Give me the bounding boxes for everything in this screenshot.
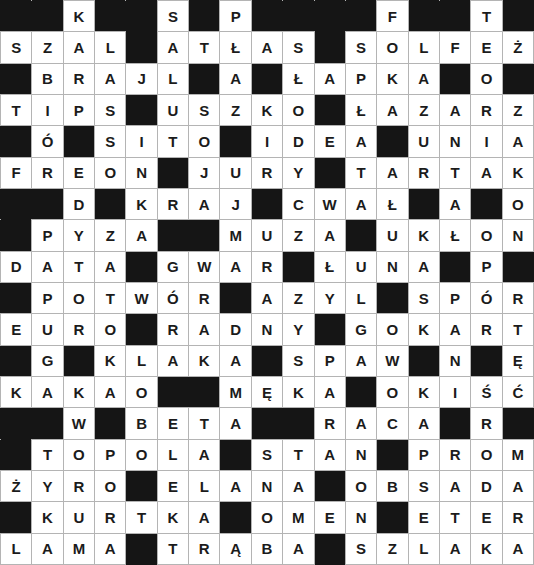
blocked-cell-r10c13 <box>377 283 407 313</box>
letter-cell-r11c8[interactable]: D <box>220 314 250 344</box>
letter-cell-r5c15[interactable]: N <box>440 126 470 156</box>
letter-cell-r3c11[interactable]: A <box>315 64 345 94</box>
letter-cell-r3c13[interactable]: K <box>377 64 407 94</box>
letter-cell-r6c15[interactable]: T <box>440 158 470 188</box>
letter-cell-r15c15[interactable]: R <box>440 440 470 470</box>
blocked-cell-r3c1 <box>1 64 31 94</box>
blocked-cell-r12c9 <box>252 346 282 376</box>
blocked-cell-r8c6 <box>158 220 188 250</box>
letter-cell-r10c6[interactable]: Ó <box>158 283 188 313</box>
letter-cell-r8c5[interactable]: A <box>126 220 156 250</box>
blocked-cell-r3c15 <box>440 64 470 94</box>
letter-cell-r18c9[interactable]: B <box>252 534 282 564</box>
letter-cell-r5c7[interactable]: O <box>189 126 219 156</box>
letter-cell-r4c13[interactable]: A <box>377 95 407 125</box>
blocked-cell-r8c12 <box>346 220 376 250</box>
letter-cell-r15c7[interactable]: A <box>189 440 219 470</box>
blocked-cell-r16c11 <box>315 471 345 501</box>
blocked-cell-r1c15 <box>440 1 470 31</box>
letter-cell-r18c13[interactable]: Z <box>377 534 407 564</box>
blocked-cell-r9c10 <box>283 252 313 282</box>
letter-cell-r16c4[interactable]: O <box>95 471 125 501</box>
letter-cell-r9c14[interactable]: A <box>409 252 439 282</box>
blocked-cell-r14c2 <box>32 408 62 438</box>
letter-cell-r7c15[interactable]: A <box>440 189 470 219</box>
blocked-cell-r2c5 <box>126 32 156 62</box>
letter-cell-r8c17[interactable]: N <box>503 220 533 250</box>
blocked-cell-r14c10 <box>283 408 313 438</box>
letter-cell-r6c2[interactable]: R <box>32 158 62 188</box>
letter-cell-r18c15[interactable]: A <box>440 534 470 564</box>
letter-cell-r17c16[interactable]: E <box>471 502 501 532</box>
letter-cell-r9c3[interactable]: T <box>64 252 94 282</box>
letter-cell-r11c13[interactable]: O <box>377 314 407 344</box>
letter-cell-r13c4[interactable]: A <box>95 377 125 407</box>
letter-cell-r2c15[interactable]: F <box>440 32 470 62</box>
letter-cell-r13c17[interactable]: Ć <box>503 377 533 407</box>
letter-cell-r7c8[interactable]: J <box>220 189 250 219</box>
letter-cell-r17c7[interactable]: A <box>189 502 219 532</box>
letter-cell-r4c9[interactable]: K <box>252 95 282 125</box>
letter-cell-r7c5[interactable]: K <box>126 189 156 219</box>
letter-cell-r6c3[interactable]: E <box>64 158 94 188</box>
blocked-cell-r1c12 <box>346 1 376 31</box>
blocked-cell-r9c15 <box>440 252 470 282</box>
letter-cell-r7c10[interactable]: C <box>283 189 313 219</box>
letter-cell-r9c6[interactable]: G <box>158 252 188 282</box>
blocked-cell-r4c11 <box>315 95 345 125</box>
letter-cell-r3c5[interactable]: J <box>126 64 156 94</box>
letter-cell-r6c16[interactable]: A <box>471 158 501 188</box>
letter-cell-r9c13[interactable]: N <box>377 252 407 282</box>
letter-cell-r17c15[interactable]: T <box>440 502 470 532</box>
letter-cell-r2c14[interactable]: L <box>409 32 439 62</box>
letter-cell-r9c8[interactable]: A <box>220 252 250 282</box>
blocked-cell-r1c11 <box>315 1 345 31</box>
letter-cell-r3c8[interactable]: A <box>220 64 250 94</box>
letter-cell-r6c7[interactable]: J <box>189 158 219 188</box>
blocked-cell-r15c1 <box>1 440 31 470</box>
letter-cell-r17c5[interactable]: T <box>126 502 156 532</box>
letter-cell-r10c16[interactable]: Ó <box>471 283 501 313</box>
letter-cell-r10c9[interactable]: A <box>252 283 282 313</box>
letter-cell-r9c7[interactable]: W <box>189 252 219 282</box>
letter-cell-r12c12[interactable]: A <box>346 346 376 376</box>
letter-cell-r14c6[interactable]: E <box>158 408 188 438</box>
letter-cell-r4c16[interactable]: R <box>471 95 501 125</box>
letter-cell-r10c7[interactable]: R <box>189 283 219 313</box>
letter-cell-r2c6[interactable]: A <box>158 32 188 62</box>
letter-cell-r16c17[interactable]: A <box>503 471 533 501</box>
letter-cell-r11c3[interactable]: R <box>64 314 94 344</box>
letter-cell-r15c5[interactable]: O <box>126 440 156 470</box>
letter-cell-r9c16[interactable]: P <box>471 252 501 282</box>
blocked-cell-r14c9 <box>252 408 282 438</box>
letter-cell-r3c10[interactable]: Ł <box>283 64 313 94</box>
letter-cell-r11c10[interactable]: Y <box>283 314 313 344</box>
letter-cell-r4c6[interactable]: U <box>158 95 188 125</box>
letter-cell-r18c6[interactable]: T <box>158 534 188 564</box>
letter-cell-r13c3[interactable]: K <box>64 377 94 407</box>
letter-cell-r12c5[interactable]: L <box>126 346 156 376</box>
letter-cell-r5c16[interactable]: I <box>471 126 501 156</box>
letter-cell-r6c14[interactable]: R <box>409 158 439 188</box>
letter-cell-r12c6[interactable]: A <box>158 346 188 376</box>
blocked-cell-r4c5 <box>126 95 156 125</box>
letter-cell-r15c11[interactable]: A <box>315 440 345 470</box>
letter-cell-r2c16[interactable]: E <box>471 32 501 62</box>
letter-cell-r5c12[interactable]: A <box>346 126 376 156</box>
letter-cell-r2c12[interactable]: S <box>346 32 376 62</box>
letter-cell-r13c10[interactable]: K <box>283 377 313 407</box>
letter-cell-r9c11[interactable]: Ł <box>315 252 345 282</box>
letter-cell-r15c12[interactable]: N <box>346 440 376 470</box>
letter-cell-r9c2[interactable]: A <box>32 252 62 282</box>
letter-cell-r11c6[interactable]: R <box>158 314 188 344</box>
letter-cell-r16c10[interactable]: A <box>283 471 313 501</box>
letter-cell-r10c3[interactable]: O <box>64 283 94 313</box>
blocked-cell-r3c17 <box>503 64 533 94</box>
letter-cell-r1c8[interactable]: P <box>220 1 250 31</box>
letter-cell-r12c10[interactable]: S <box>283 346 313 376</box>
letter-cell-r18c12[interactable]: S <box>346 534 376 564</box>
letter-cell-r7c6[interactable]: R <box>158 189 188 219</box>
letter-cell-r12c15[interactable]: N <box>440 346 470 376</box>
letter-cell-r16c1[interactable]: Ż <box>1 471 31 501</box>
letter-cell-r12c7[interactable]: K <box>189 346 219 376</box>
crossword-board: KSPFTSZALATŁASSOLFEŻBRAJLAŁAPKAOTIPSUSZK… <box>0 0 534 565</box>
letter-cell-r7c13[interactable]: Ł <box>377 189 407 219</box>
letter-cell-r3c16[interactable]: O <box>471 64 501 94</box>
letter-cell-r2c17[interactable]: Ż <box>503 32 533 62</box>
blocked-cell-r12c14 <box>409 346 439 376</box>
letter-cell-r15c10[interactable]: T <box>283 440 313 470</box>
letter-cell-r8c8[interactable]: M <box>220 220 250 250</box>
letter-cell-r6c4[interactable]: O <box>95 158 125 188</box>
blocked-cell-r1c2 <box>32 1 62 31</box>
letter-cell-r7c11[interactable]: W <box>315 189 345 219</box>
letter-cell-r11c4[interactable]: O <box>95 314 125 344</box>
blocked-cell-r2c11 <box>315 32 345 62</box>
blocked-cell-r1c17 <box>503 1 533 31</box>
letter-cell-r13c9[interactable]: Ę <box>252 377 282 407</box>
letter-cell-r8c9[interactable]: U <box>252 220 282 250</box>
blocked-cell-r1c1 <box>1 1 31 31</box>
letter-cell-r16c13[interactable]: B <box>377 471 407 501</box>
letter-cell-r5c17[interactable]: A <box>503 126 533 156</box>
letter-cell-r6c9[interactable]: R <box>252 158 282 188</box>
blocked-cell-r17c1 <box>1 502 31 532</box>
letter-cell-r4c3[interactable]: P <box>64 95 94 125</box>
letter-cell-r6c10[interactable]: Y <box>283 158 313 188</box>
letter-cell-r18c4[interactable]: A <box>95 534 125 564</box>
letter-cell-r5c11[interactable]: E <box>315 126 345 156</box>
letter-cell-r7c3[interactable]: D <box>64 189 94 219</box>
letter-cell-r11c14[interactable]: K <box>409 314 439 344</box>
letter-cell-r4c12[interactable]: Ł <box>346 95 376 125</box>
letter-cell-r2c9[interactable]: A <box>252 32 282 62</box>
letter-cell-r6c1[interactable]: F <box>1 158 31 188</box>
letter-cell-r5c10[interactable]: D <box>283 126 313 156</box>
blocked-cell-r7c2 <box>32 189 62 219</box>
letter-cell-r13c8[interactable]: M <box>220 377 250 407</box>
blocked-cell-r13c12 <box>346 377 376 407</box>
letter-cell-r2c1[interactable]: S <box>1 32 31 62</box>
letter-cell-r1c16[interactable]: T <box>471 1 501 31</box>
letter-cell-r17c4[interactable]: R <box>95 502 125 532</box>
letter-cell-r6c17[interactable]: K <box>503 158 533 188</box>
letter-cell-r16c12[interactable]: O <box>346 471 376 501</box>
letter-cell-r8c3[interactable]: Y <box>64 220 94 250</box>
letter-cell-r12c8[interactable]: A <box>220 346 250 376</box>
letter-cell-r14c7[interactable]: T <box>189 408 219 438</box>
letter-cell-r16c7[interactable]: L <box>189 471 219 501</box>
letter-cell-r10c12[interactable]: L <box>346 283 376 313</box>
letter-cell-r16c14[interactable]: S <box>409 471 439 501</box>
letter-cell-r3c12[interactable]: P <box>346 64 376 94</box>
blocked-cell-r1c9 <box>252 1 282 31</box>
letter-cell-r15c6[interactable]: L <box>158 440 188 470</box>
letter-cell-r13c16[interactable]: Ś <box>471 377 501 407</box>
letter-cell-r18c7[interactable]: R <box>189 534 219 564</box>
letter-cell-r11c1[interactable]: E <box>1 314 31 344</box>
letter-cell-r18c17[interactable]: A <box>503 534 533 564</box>
letter-cell-r11c9[interactable]: N <box>252 314 282 344</box>
letter-cell-r10c5[interactable]: W <box>126 283 156 313</box>
letter-cell-r10c10[interactable]: Z <box>283 283 313 313</box>
letter-cell-r3c3[interactable]: R <box>64 64 94 94</box>
letter-cell-r18c16[interactable]: K <box>471 534 501 564</box>
letter-cell-r4c15[interactable]: A <box>440 95 470 125</box>
letter-cell-r12c13[interactable]: W <box>377 346 407 376</box>
letter-cell-r17c12[interactable]: N <box>346 502 376 532</box>
blocked-cell-r5c8 <box>220 126 250 156</box>
letter-cell-r11c2[interactable]: U <box>32 314 62 344</box>
letter-cell-r9c9[interactable]: R <box>252 252 282 282</box>
blocked-cell-r18c5 <box>126 534 156 564</box>
letter-cell-r18c10[interactable]: A <box>283 534 313 564</box>
letter-cell-r11c15[interactable]: A <box>440 314 470 344</box>
letter-cell-r12c11[interactable]: P <box>315 346 345 376</box>
blocked-cell-r5c1 <box>1 126 31 156</box>
letter-cell-r16c3[interactable]: R <box>64 471 94 501</box>
blocked-cell-r12c3 <box>64 346 94 376</box>
letter-cell-r2c10[interactable]: S <box>283 32 313 62</box>
letter-cell-r15c9[interactable]: S <box>252 440 282 470</box>
letter-cell-r4c7[interactable]: S <box>189 95 219 125</box>
blocked-cell-r11c11 <box>315 314 345 344</box>
letter-cell-r8c13[interactable]: U <box>377 220 407 250</box>
blocked-cell-r5c13 <box>377 126 407 156</box>
letter-cell-r8c2[interactable]: P <box>32 220 62 250</box>
letter-cell-r6c8[interactable]: U <box>220 158 250 188</box>
letter-cell-r14c11[interactable]: R <box>315 408 345 438</box>
letter-cell-r13c1[interactable]: K <box>1 377 31 407</box>
blocked-cell-r1c10 <box>283 1 313 31</box>
letter-cell-r2c2[interactable]: Z <box>32 32 62 62</box>
letter-cell-r7c17[interactable]: O <box>503 189 533 219</box>
letter-cell-r14c13[interactable]: C <box>377 408 407 438</box>
letter-cell-r5c5[interactable]: I <box>126 126 156 156</box>
letter-cell-r6c5[interactable]: N <box>126 158 156 188</box>
letter-cell-r2c4[interactable]: L <box>95 32 125 62</box>
letter-cell-r3c2[interactable]: B <box>32 64 62 94</box>
letter-cell-r15c4[interactable]: P <box>95 440 125 470</box>
letter-cell-r11c17[interactable]: T <box>503 314 533 344</box>
letter-cell-r16c16[interactable]: D <box>471 471 501 501</box>
blocked-cell-r12c1 <box>1 346 31 376</box>
letter-cell-r10c17[interactable]: R <box>503 283 533 313</box>
blocked-cell-r16c5 <box>126 471 156 501</box>
letter-cell-r13c2[interactable]: A <box>32 377 62 407</box>
letter-cell-r17c17[interactable]: R <box>503 502 533 532</box>
letter-cell-r7c7[interactable]: A <box>189 189 219 219</box>
blocked-cell-r7c4 <box>95 189 125 219</box>
letter-cell-r13c5[interactable]: O <box>126 377 156 407</box>
letter-cell-r2c8[interactable]: Ł <box>220 32 250 62</box>
letter-cell-r14c16[interactable]: R <box>471 408 501 438</box>
blocked-cell-r13c7 <box>189 377 219 407</box>
letter-cell-r2c7[interactable]: T <box>189 32 219 62</box>
letter-cell-r1c6[interactable]: S <box>158 1 188 31</box>
letter-cell-r7c12[interactable]: A <box>346 189 376 219</box>
blocked-cell-r7c9 <box>252 189 282 219</box>
letter-cell-r15c16[interactable]: O <box>471 440 501 470</box>
letter-cell-r14c8[interactable]: A <box>220 408 250 438</box>
letter-cell-r9c4[interactable]: A <box>95 252 125 282</box>
letter-cell-r2c13[interactable]: O <box>377 32 407 62</box>
letter-cell-r5c14[interactable]: U <box>409 126 439 156</box>
blocked-cell-r10c1 <box>1 283 31 313</box>
blocked-cell-r6c6 <box>158 158 188 188</box>
letter-cell-r12c4[interactable]: K <box>95 346 125 376</box>
blocked-cell-r14c15 <box>440 408 470 438</box>
letter-cell-r14c14[interactable]: A <box>409 408 439 438</box>
letter-cell-r1c3[interactable]: K <box>64 1 94 31</box>
letter-cell-r13c15[interactable]: I <box>440 377 470 407</box>
blocked-cell-r8c1 <box>1 220 31 250</box>
letter-cell-r8c10[interactable]: Z <box>283 220 313 250</box>
letter-cell-r5c4[interactable]: S <box>95 126 125 156</box>
letter-cell-r16c15[interactable]: A <box>440 471 470 501</box>
letter-cell-r11c16[interactable]: R <box>471 314 501 344</box>
letter-cell-r8c4[interactable]: Z <box>95 220 125 250</box>
letter-cell-r14c12[interactable]: A <box>346 408 376 438</box>
letter-cell-r4c14[interactable]: Z <box>409 95 439 125</box>
letter-cell-r12c2[interactable]: G <box>32 346 62 376</box>
blocked-cell-r12c16 <box>471 346 501 376</box>
blocked-cell-r14c4 <box>95 408 125 438</box>
letter-cell-r9c1[interactable]: D <box>1 252 31 282</box>
letter-cell-r14c5[interactable]: B <box>126 408 156 438</box>
letter-cell-r11c7[interactable]: A <box>189 314 219 344</box>
letter-cell-r16c9[interactable]: N <box>252 471 282 501</box>
letter-cell-r18c1[interactable]: L <box>1 534 31 564</box>
letter-cell-r18c3[interactable]: M <box>64 534 94 564</box>
blocked-cell-r7c16 <box>471 189 501 219</box>
letter-cell-r15c3[interactable]: O <box>64 440 94 470</box>
letter-cell-r4c2[interactable]: I <box>32 95 62 125</box>
letter-cell-r13c14[interactable]: K <box>409 377 439 407</box>
letter-cell-r3c14[interactable]: A <box>409 64 439 94</box>
blocked-cell-r15c13 <box>377 440 407 470</box>
letter-cell-r17c10[interactable]: M <box>283 502 313 532</box>
blocked-cell-r15c8 <box>220 440 250 470</box>
blocked-cell-r13c6 <box>158 377 188 407</box>
letter-cell-r17c2[interactable]: K <box>32 502 62 532</box>
letter-cell-r17c11[interactable]: E <box>315 502 345 532</box>
letter-cell-r15c14[interactable]: P <box>409 440 439 470</box>
letter-cell-r15c17[interactable]: M <box>503 440 533 470</box>
letter-cell-r4c17[interactable]: Z <box>503 95 533 125</box>
letter-cell-r6c13[interactable]: A <box>377 158 407 188</box>
letter-cell-r17c6[interactable]: K <box>158 502 188 532</box>
letter-cell-r1c13[interactable]: F <box>377 1 407 31</box>
letter-cell-r18c2[interactable]: A <box>32 534 62 564</box>
letter-cell-r4c10[interactable]: O <box>283 95 313 125</box>
letter-cell-r9c12[interactable]: U <box>346 252 376 282</box>
blocked-cell-r10c8 <box>220 283 250 313</box>
letter-cell-r17c14[interactable]: E <box>409 502 439 532</box>
blocked-cell-r9c17 <box>503 252 533 282</box>
letter-cell-r15c2[interactable]: T <box>32 440 62 470</box>
letter-cell-r11c12[interactable]: G <box>346 314 376 344</box>
letter-cell-r18c14[interactable]: L <box>409 534 439 564</box>
letter-cell-r8c14[interactable]: K <box>409 220 439 250</box>
blocked-cell-r11c5 <box>126 314 156 344</box>
letter-cell-r18c8[interactable]: Ą <box>220 534 250 564</box>
letter-cell-r10c15[interactable]: P <box>440 283 470 313</box>
blocked-cell-r6c11 <box>315 158 345 188</box>
letter-cell-r3c6[interactable]: L <box>158 64 188 94</box>
letter-cell-r10c11[interactable]: Y <box>315 283 345 313</box>
letter-cell-r8c11[interactable]: A <box>315 220 345 250</box>
letter-cell-r5c9[interactable]: I <box>252 126 282 156</box>
letter-cell-r16c8[interactable]: A <box>220 471 250 501</box>
letter-cell-r10c2[interactable]: P <box>32 283 62 313</box>
blocked-cell-r17c8 <box>220 502 250 532</box>
letter-cell-r10c4[interactable]: T <box>95 283 125 313</box>
letter-cell-r16c6[interactable]: E <box>158 471 188 501</box>
blocked-cell-r3c7 <box>189 64 219 94</box>
letter-cell-r4c8[interactable]: Z <box>220 95 250 125</box>
letter-cell-r6c12[interactable]: T <box>346 158 376 188</box>
letter-cell-r5c6[interactable]: T <box>158 126 188 156</box>
letter-cell-r5c2[interactable]: Ó <box>32 126 62 156</box>
blocked-cell-r5c3 <box>64 126 94 156</box>
letter-cell-r16c2[interactable]: Y <box>32 471 62 501</box>
blocked-cell-r1c14 <box>409 1 439 31</box>
letter-cell-r12c17[interactable]: Ę <box>503 346 533 376</box>
letter-cell-r4c4[interactable]: S <box>95 95 125 125</box>
blocked-cell-r9c5 <box>126 252 156 282</box>
letter-cell-r17c3[interactable]: U <box>64 502 94 532</box>
blocked-cell-r17c13 <box>377 502 407 532</box>
letter-cell-r2c3[interactable]: A <box>64 32 94 62</box>
blocked-cell-r1c5 <box>126 1 156 31</box>
blocked-cell-r7c14 <box>409 189 439 219</box>
letter-cell-r8c15[interactable]: Ł <box>440 220 470 250</box>
letter-cell-r4c1[interactable]: T <box>1 95 31 125</box>
letter-cell-r13c11[interactable]: A <box>315 377 345 407</box>
letter-cell-r13c13[interactable]: O <box>377 377 407 407</box>
blocked-cell-r3c9 <box>252 64 282 94</box>
letter-cell-r10c14[interactable]: S <box>409 283 439 313</box>
letter-cell-r17c9[interactable]: O <box>252 502 282 532</box>
letter-cell-r8c16[interactable]: O <box>471 220 501 250</box>
letter-cell-r3c4[interactable]: A <box>95 64 125 94</box>
letter-cell-r14c3[interactable]: W <box>64 408 94 438</box>
